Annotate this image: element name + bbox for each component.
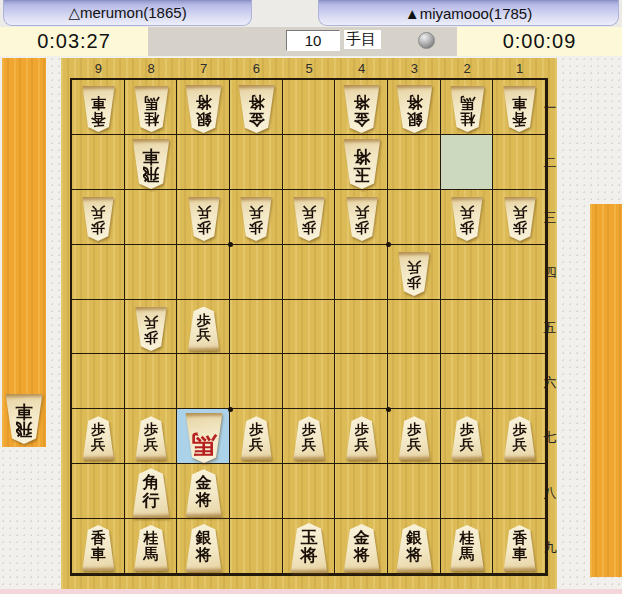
piece-kyo-1一[interactable]: 香車 — [502, 86, 537, 132]
square-1八[interactable] — [493, 464, 545, 518]
square-8六[interactable] — [125, 354, 177, 408]
piece-hisha-in-hand[interactable]: 飛車 — [4, 394, 44, 444]
square-7二[interactable] — [177, 135, 229, 189]
bottom-edge-strip — [0, 589, 622, 594]
square-2二[interactable] — [441, 135, 493, 189]
sente-player-label: ▲miyamooo(1785) — [405, 5, 532, 22]
star-point — [228, 242, 233, 247]
square-1四[interactable] — [493, 245, 545, 299]
board-grid: 香車桂馬銀将金将金将銀将桂馬香車飛車玉将歩兵歩兵歩兵歩兵歩兵歩兵歩兵歩兵歩兵歩兵… — [70, 78, 548, 576]
square-5六[interactable] — [283, 354, 335, 408]
square-6六[interactable] — [230, 354, 282, 408]
piece-fu-9七[interactable]: 歩兵 — [81, 416, 115, 460]
square-4八[interactable] — [335, 464, 387, 518]
piece-kei-2九[interactable]: 桂馬 — [449, 525, 486, 571]
star-point — [386, 242, 391, 247]
piece-fu-6三[interactable]: 歩兵 — [239, 197, 273, 241]
square-2八[interactable] — [441, 464, 493, 518]
square-3六[interactable] — [388, 354, 440, 408]
square-1五[interactable] — [493, 300, 545, 354]
piece-fu-6七[interactable]: 歩兵 — [239, 416, 273, 460]
piece-kei-2一[interactable]: 桂馬 — [449, 86, 486, 132]
sente-player-bar: ▲miyamooo(1785) — [318, 0, 619, 26]
square-9六[interactable] — [72, 354, 124, 408]
shogi-app-window: △merumon(1865) ▲miyamooo(1785) 0:03:27 手… — [0, 0, 622, 594]
gote-hand-tray: 飛車 — [2, 58, 46, 447]
square-6二[interactable] — [230, 135, 282, 189]
square-4六[interactable] — [335, 354, 387, 408]
square-3五[interactable] — [388, 300, 440, 354]
square-3二[interactable] — [388, 135, 440, 189]
square-2六[interactable] — [441, 354, 493, 408]
piece-gin-3一[interactable]: 銀将 — [395, 85, 434, 133]
square-3八[interactable] — [388, 464, 440, 518]
piece-hisha-8二[interactable]: 飛車 — [131, 139, 171, 189]
piece-fu-7五[interactable]: 歩兵 — [187, 307, 221, 351]
piece-gyoku-5九[interactable]: 玉将 — [289, 523, 329, 573]
piece-kaku-8八[interactable]: 角行 — [131, 468, 171, 518]
piece-fu-9三[interactable]: 歩兵 — [81, 197, 115, 241]
turn-lamp-icon — [418, 32, 435, 49]
gote-clock: 0:03:27 — [0, 27, 148, 56]
piece-fu-2三[interactable]: 歩兵 — [450, 197, 484, 241]
square-5五[interactable] — [283, 300, 335, 354]
square-7四[interactable] — [177, 245, 229, 299]
file-label-9: 9 — [88, 61, 108, 76]
file-label-4: 4 — [352, 61, 372, 76]
square-9五[interactable] — [72, 300, 124, 354]
file-label-8: 8 — [141, 61, 161, 76]
sente-clock: 0:00:09 — [457, 27, 622, 56]
square-1六[interactable] — [493, 354, 545, 408]
square-1二[interactable] — [493, 135, 545, 189]
square-6五[interactable] — [230, 300, 282, 354]
piece-fu-1七[interactable]: 歩兵 — [503, 416, 537, 460]
star-point — [228, 407, 233, 412]
move-unit-label: 手目 — [344, 30, 381, 49]
piece-fu-3七[interactable]: 歩兵 — [397, 416, 431, 460]
file-label-5: 5 — [299, 61, 319, 76]
piece-gyoku-4二[interactable]: 玉将 — [342, 139, 382, 189]
shogi-board: 987654321 一二三四五六七八九 香車桂馬銀将金将金将銀将桂馬香車飛車玉将… — [61, 58, 557, 590]
piece-uma-7七[interactable]: 馬 — [184, 413, 224, 463]
square-5一[interactable] — [283, 80, 335, 134]
piece-fu-7三[interactable]: 歩兵 — [187, 197, 221, 241]
piece-kin-4九[interactable]: 金将 — [342, 524, 381, 572]
square-6四[interactable] — [230, 245, 282, 299]
sente-clock-value: 0:00:09 — [503, 30, 577, 53]
file-label-6: 6 — [246, 61, 266, 76]
clock-row: 0:03:27 手目 0:00:09 — [0, 27, 622, 56]
square-9四[interactable] — [72, 245, 124, 299]
gote-player-bar: △merumon(1865) — [3, 0, 252, 26]
piece-kyo-9一[interactable]: 香車 — [81, 86, 116, 132]
square-9二[interactable] — [72, 135, 124, 189]
piece-gin-3九[interactable]: 銀将 — [395, 524, 434, 572]
piece-fu-8七[interactable]: 歩兵 — [134, 416, 168, 460]
square-5八[interactable] — [283, 464, 335, 518]
file-label-3: 3 — [404, 61, 424, 76]
square-9八[interactable] — [72, 464, 124, 518]
player-header: △merumon(1865) ▲miyamooo(1785) — [0, 0, 622, 27]
piece-kin-7八[interactable]: 金将 — [184, 469, 223, 517]
sente-hand-tray — [590, 204, 622, 577]
piece-fu-2七[interactable]: 歩兵 — [450, 416, 484, 460]
piece-fu-8五[interactable]: 歩兵 — [134, 307, 168, 351]
square-8三[interactable] — [125, 190, 177, 244]
piece-fu-1三[interactable]: 歩兵 — [503, 197, 537, 241]
piece-gin-7九[interactable]: 銀将 — [184, 524, 223, 572]
piece-kei-8一[interactable]: 桂馬 — [133, 86, 170, 132]
piece-fu-3四[interactable]: 歩兵 — [397, 252, 431, 296]
file-label-7: 7 — [194, 61, 214, 76]
piece-gin-7一[interactable]: 銀将 — [184, 85, 223, 133]
move-number-input[interactable] — [286, 30, 340, 51]
gote-clock-value: 0:03:27 — [37, 30, 111, 53]
square-8四[interactable] — [125, 245, 177, 299]
piece-fu-4七[interactable]: 歩兵 — [345, 416, 379, 460]
piece-kin-6一[interactable]: 金将 — [237, 85, 276, 133]
star-point — [386, 407, 391, 412]
square-6九[interactable] — [230, 519, 282, 573]
square-4四[interactable] — [335, 245, 387, 299]
piece-kin-4一[interactable]: 金将 — [342, 85, 381, 133]
file-label-2: 2 — [457, 61, 477, 76]
square-5四[interactable] — [283, 245, 335, 299]
square-6八[interactable] — [230, 464, 282, 518]
piece-fu-4三[interactable]: 歩兵 — [345, 197, 379, 241]
square-2四[interactable] — [441, 245, 493, 299]
square-3三[interactable] — [388, 190, 440, 244]
piece-fu-5七[interactable]: 歩兵 — [292, 416, 326, 460]
piece-kei-8九[interactable]: 桂馬 — [133, 525, 170, 571]
piece-kyo-9九[interactable]: 香車 — [81, 525, 116, 571]
gote-player-label: △merumon(1865) — [68, 4, 186, 22]
piece-kyo-1九[interactable]: 香車 — [502, 525, 537, 571]
square-5二[interactable] — [283, 135, 335, 189]
square-7六[interactable] — [177, 354, 229, 408]
file-label-1: 1 — [510, 61, 530, 76]
square-4五[interactable] — [335, 300, 387, 354]
square-2五[interactable] — [441, 300, 493, 354]
piece-fu-5三[interactable]: 歩兵 — [292, 197, 326, 241]
